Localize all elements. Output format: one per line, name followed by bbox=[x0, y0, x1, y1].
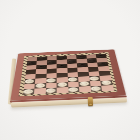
square-a1[interactable]: ⛀ bbox=[23, 89, 35, 95]
square-h1[interactable] bbox=[101, 85, 113, 91]
board-field: ⛂⛂⛂⛂⛂⛂⛂⛂⛂⛂⛂⛂⛀⛀⛀⛀⛀⛀⛀⛀⛀⛀⛀⛀ bbox=[23, 54, 114, 95]
white-checker: ⛀ bbox=[69, 87, 79, 92]
product-photo-background: ⛂⛂⛂⛂⛂⛂⛂⛂⛂⛂⛂⛂⛀⛀⛀⛀⛀⛀⛀⛀⛀⛀⛀⛀ bbox=[0, 0, 140, 140]
white-checker: ⛀ bbox=[91, 86, 101, 91]
square-b1[interactable] bbox=[34, 88, 46, 94]
square-g1[interactable]: ⛀ bbox=[90, 86, 102, 92]
square-e1[interactable]: ⛀ bbox=[68, 87, 80, 93]
square-c1[interactable]: ⛀ bbox=[45, 88, 56, 94]
white-checker: ⛀ bbox=[46, 88, 56, 93]
square-d1[interactable] bbox=[57, 87, 68, 93]
board-perspective: ⛂⛂⛂⛂⛂⛂⛂⛂⛂⛂⛂⛂⛀⛀⛀⛀⛀⛀⛀⛀⛀⛀⛀⛀ bbox=[12, 18, 121, 127]
white-checker: ⛀ bbox=[23, 89, 33, 94]
board-frame: ⛂⛂⛂⛂⛂⛂⛂⛂⛂⛂⛂⛂⛀⛀⛀⛀⛀⛀⛀⛀⛀⛀⛀⛀ bbox=[10, 49, 126, 100]
square-f1[interactable] bbox=[79, 86, 91, 92]
game-box: ⛂⛂⛂⛂⛂⛂⛂⛂⛂⛂⛂⛂⛀⛀⛀⛀⛀⛀⛀⛀⛀⛀⛀⛀ bbox=[12, 18, 121, 127]
